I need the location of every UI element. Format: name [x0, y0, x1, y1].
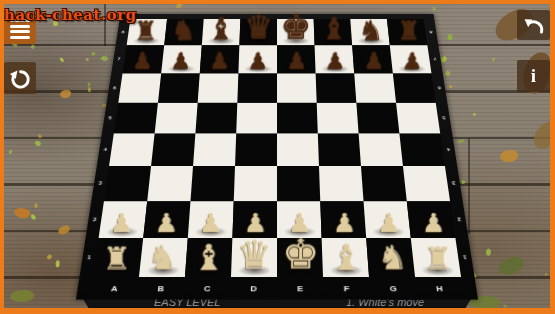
leaf — [433, 7, 436, 11]
leaf — [86, 82, 91, 87]
leaf — [364, 206, 372, 212]
leaf — [530, 117, 555, 153]
leaf — [404, 110, 410, 116]
leaf — [186, 277, 193, 284]
leaf — [355, 255, 360, 259]
leaf — [299, 235, 305, 241]
leaf — [159, 216, 164, 220]
leaf — [544, 273, 548, 277]
leaf — [440, 231, 445, 237]
leaf — [46, 254, 52, 260]
leaf — [242, 95, 247, 100]
leaf — [444, 70, 451, 77]
leaf — [472, 272, 477, 278]
leaf — [172, 120, 178, 126]
leaf — [115, 230, 122, 237]
leaf — [60, 90, 71, 98]
leaf — [164, 252, 170, 257]
wood-background — [0, 0, 555, 314]
leaf — [253, 192, 258, 197]
leaf — [496, 255, 525, 277]
watermark: hack-cheat.org — [4, 6, 137, 24]
leaf — [101, 55, 109, 61]
leaf — [102, 104, 109, 108]
leaf — [315, 109, 321, 114]
wood-crack — [468, 138, 470, 234]
leaf — [30, 44, 35, 49]
leaf — [500, 150, 518, 162]
leaf — [296, 34, 302, 39]
leaf — [210, 273, 215, 280]
leaf — [448, 85, 452, 89]
leaf — [133, 282, 139, 286]
leaf — [55, 261, 60, 269]
leaf — [404, 156, 410, 162]
leaf — [86, 58, 89, 61]
leaf — [88, 87, 91, 92]
board-front-edge: EASY LEVEL 1. White’s move — [74, 294, 480, 311]
leaf — [461, 180, 466, 185]
undo-icon — [522, 14, 546, 36]
leaf — [198, 44, 205, 52]
difficulty-label: EASY LEVEL — [154, 296, 220, 308]
leaf — [448, 34, 453, 41]
leaf — [337, 103, 342, 108]
leaf — [34, 203, 38, 209]
leaf — [260, 251, 265, 257]
leaf — [59, 57, 65, 63]
leaf — [57, 224, 71, 236]
leaf — [432, 256, 437, 261]
leaf — [10, 290, 34, 302]
leaf — [125, 203, 129, 207]
leaf — [486, 249, 492, 257]
leaf — [469, 295, 500, 312]
leaf — [337, 37, 343, 43]
move-status-label: 1. White’s move — [346, 296, 424, 308]
leaf — [472, 113, 476, 116]
leaf — [137, 226, 142, 231]
leaf — [9, 150, 13, 155]
leaf — [116, 245, 125, 253]
leaf — [146, 285, 152, 291]
info-button[interactable]: i — [517, 60, 550, 92]
leaf — [117, 259, 120, 266]
rotate-icon — [9, 67, 32, 90]
leaf — [270, 277, 272, 281]
leaf — [316, 100, 321, 106]
rotate-board-button[interactable] — [4, 62, 36, 94]
leaf — [175, 1, 183, 9]
leaf — [418, 86, 422, 91]
info-icon: i — [531, 65, 536, 87]
leaf — [492, 57, 495, 61]
app-screen: EASY LEVEL 1. White’s move ♜♞♝♛♚♝♞♜♟♟♟♟♟… — [0, 0, 555, 314]
leaf — [13, 206, 31, 220]
leaf — [503, 304, 508, 308]
leaf — [34, 140, 42, 148]
leaf — [236, 225, 241, 228]
leaf — [284, 51, 290, 57]
leaf — [258, 31, 264, 37]
leaf — [29, 213, 36, 221]
leaf — [362, 288, 367, 293]
leaf — [428, 267, 434, 272]
leaf — [176, 163, 182, 169]
leaf — [157, 281, 160, 288]
leaf — [38, 134, 42, 138]
leaf — [91, 245, 105, 255]
leaf — [293, 189, 300, 195]
undo-button[interactable] — [517, 10, 550, 40]
leaf — [151, 276, 155, 283]
leaf — [91, 51, 96, 55]
leaf — [457, 139, 464, 143]
leaf — [440, 56, 448, 63]
